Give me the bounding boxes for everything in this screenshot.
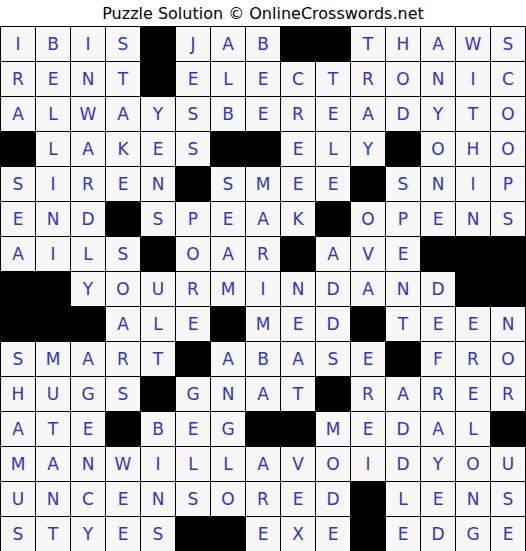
letter-cell: C <box>281 62 316 97</box>
letter-cell: E <box>456 307 491 342</box>
letter-cell: D <box>421 272 456 307</box>
block-cell <box>421 237 456 272</box>
letter-cell: E <box>351 412 386 447</box>
letter-cell: C <box>71 482 106 517</box>
letter-cell: D <box>316 272 351 307</box>
block-cell <box>36 272 71 307</box>
letter-cell: N <box>386 272 421 307</box>
letter-cell: M <box>316 412 351 447</box>
letter-cell: U <box>1 482 36 517</box>
letter-cell: L <box>456 412 491 447</box>
letter-cell: N <box>141 482 176 517</box>
letter-cell: A <box>351 97 386 132</box>
letter-cell: O <box>491 132 526 167</box>
letter-cell: A <box>211 27 246 62</box>
letter-cell: T <box>351 27 386 62</box>
letter-cell: L <box>36 132 71 167</box>
block-cell <box>351 307 386 342</box>
letter-cell: E <box>176 412 211 447</box>
letter-cell: S <box>1 167 36 202</box>
letter-cell: A <box>421 412 456 447</box>
letter-cell: C <box>491 62 526 97</box>
letter-cell: K <box>281 202 316 237</box>
block-cell <box>71 307 106 342</box>
letter-cell: T <box>386 307 421 342</box>
letter-cell: E <box>36 62 71 97</box>
letter-cell: I <box>141 447 176 482</box>
letter-cell: W <box>456 27 491 62</box>
block-cell <box>491 237 526 272</box>
letter-cell: E <box>246 62 281 97</box>
letter-cell: A <box>351 272 386 307</box>
letter-cell: P <box>491 167 526 202</box>
letter-cell: J <box>176 27 211 62</box>
letter-cell: R <box>71 167 106 202</box>
letter-cell: G <box>71 377 106 412</box>
letter-cell: E <box>281 307 316 342</box>
letter-cell: Y <box>71 517 106 551</box>
letter-cell: S <box>141 202 176 237</box>
letter-cell: E <box>421 307 456 342</box>
block-cell <box>351 517 386 551</box>
letter-cell: T <box>141 342 176 377</box>
letter-cell: A <box>1 97 36 132</box>
block-cell <box>1 132 36 167</box>
letter-cell: D <box>71 202 106 237</box>
letter-cell: Y <box>71 272 106 307</box>
letter-cell: G <box>456 517 491 551</box>
letter-cell: O <box>351 202 386 237</box>
block-cell <box>141 27 176 62</box>
letter-cell: R <box>456 342 491 377</box>
letter-cell: I <box>351 447 386 482</box>
letter-cell: T <box>281 377 316 412</box>
letter-cell: O <box>316 447 351 482</box>
letter-cell: E <box>386 517 421 551</box>
letter-cell: T <box>36 412 71 447</box>
letter-cell: E <box>211 202 246 237</box>
letter-cell: O <box>106 272 141 307</box>
letter-cell: E <box>316 97 351 132</box>
letter-cell: N <box>281 272 316 307</box>
page-title: Puzzle Solution © OnlineCrosswords.net <box>102 4 424 23</box>
block-cell <box>316 27 351 62</box>
letter-cell: O <box>386 62 421 97</box>
letter-cell: S <box>316 342 351 377</box>
block-cell <box>246 412 281 447</box>
letter-cell: T <box>456 97 491 132</box>
letter-cell: H <box>456 132 491 167</box>
block-cell <box>211 307 246 342</box>
letter-cell: I <box>456 167 491 202</box>
block-cell <box>281 237 316 272</box>
letter-cell: E <box>246 97 281 132</box>
letter-cell: D <box>386 97 421 132</box>
letter-cell: E <box>106 167 141 202</box>
letter-cell: V <box>281 447 316 482</box>
letter-cell: L <box>211 447 246 482</box>
letter-cell: M <box>1 447 36 482</box>
letter-cell: E <box>491 517 526 551</box>
letter-cell: L <box>211 62 246 97</box>
letter-cell: Y <box>421 447 456 482</box>
block-cell <box>316 377 351 412</box>
letter-cell: N <box>71 62 106 97</box>
letter-cell: U <box>141 272 176 307</box>
letter-cell: E <box>281 482 316 517</box>
letter-cell: S <box>211 167 246 202</box>
block-cell <box>106 412 141 447</box>
letter-cell: S <box>176 97 211 132</box>
letter-cell: D <box>316 482 351 517</box>
block-cell <box>246 132 281 167</box>
letter-cell: N <box>421 167 456 202</box>
letter-cell: I <box>36 237 71 272</box>
letter-cell: A <box>71 132 106 167</box>
letter-cell: R <box>246 482 281 517</box>
block-cell <box>491 272 526 307</box>
letter-cell: N <box>491 307 526 342</box>
letter-cell: A <box>106 97 141 132</box>
letter-cell: E <box>421 482 456 517</box>
block-cell <box>141 377 176 412</box>
letter-cell: E <box>281 167 316 202</box>
block-cell <box>141 237 176 272</box>
letter-cell: S <box>106 27 141 62</box>
block-cell <box>386 132 421 167</box>
letter-cell: R <box>491 377 526 412</box>
letter-cell: A <box>106 307 141 342</box>
letter-cell: Y <box>421 97 456 132</box>
letter-cell: D <box>386 447 421 482</box>
letter-cell: E <box>106 482 141 517</box>
letter-cell: E <box>1 202 36 237</box>
letter-cell: E <box>281 132 316 167</box>
block-cell <box>141 62 176 97</box>
letter-cell: S <box>141 517 176 551</box>
letter-cell: E <box>386 237 421 272</box>
letter-cell: H <box>1 377 36 412</box>
letter-cell: R <box>421 377 456 412</box>
title-bar: Puzzle Solution © OnlineCrosswords.net <box>0 0 526 26</box>
block-cell <box>106 202 141 237</box>
letter-cell: R <box>351 377 386 412</box>
letter-cell: O <box>456 447 491 482</box>
block-cell <box>351 482 386 517</box>
letter-cell: S <box>491 202 526 237</box>
letter-cell: A <box>1 412 36 447</box>
letter-cell: W <box>71 97 106 132</box>
letter-cell: D <box>386 412 421 447</box>
letter-cell: R <box>106 342 141 377</box>
letter-cell: T <box>36 517 71 551</box>
letter-cell: G <box>211 412 246 447</box>
letter-cell: S <box>176 132 211 167</box>
letter-cell: O <box>176 237 211 272</box>
letter-cell: A <box>281 342 316 377</box>
letter-cell: E <box>71 412 106 447</box>
letter-cell: O <box>491 342 526 377</box>
letter-cell: T <box>106 62 141 97</box>
letter-cell: B <box>141 412 176 447</box>
letter-cell: Y <box>351 132 386 167</box>
block-cell <box>351 167 386 202</box>
block-cell <box>211 132 246 167</box>
block-cell <box>316 202 351 237</box>
letter-cell: W <box>106 447 141 482</box>
letter-cell: E <box>176 307 211 342</box>
letter-cell: N <box>211 377 246 412</box>
block-cell <box>176 167 211 202</box>
block-cell <box>176 342 211 377</box>
letter-cell: O <box>211 482 246 517</box>
letter-cell: M <box>246 307 281 342</box>
letter-cell: K <box>106 132 141 167</box>
letter-cell: A <box>386 377 421 412</box>
letter-cell: V <box>351 237 386 272</box>
block-cell <box>36 307 71 342</box>
letter-cell: S <box>176 482 211 517</box>
letter-cell: R <box>176 272 211 307</box>
letter-cell: L <box>71 237 106 272</box>
letter-cell: I <box>1 27 36 62</box>
letter-cell: L <box>141 307 176 342</box>
letter-cell: M <box>211 272 246 307</box>
letter-cell: A <box>246 377 281 412</box>
letter-cell: E <box>176 62 211 97</box>
letter-cell: N <box>456 202 491 237</box>
block-cell <box>456 237 491 272</box>
letter-cell: A <box>211 237 246 272</box>
block-cell <box>211 517 246 551</box>
block-cell <box>456 272 491 307</box>
letter-cell: N <box>141 167 176 202</box>
letter-cell: S <box>491 27 526 62</box>
letter-cell: S <box>386 167 421 202</box>
letter-cell: M <box>246 167 281 202</box>
letter-cell: N <box>36 202 71 237</box>
crossword-grid: IBISJABTHAWSRENTELECTRONICALWAYSBEREADYT… <box>0 26 526 551</box>
letter-cell: A <box>71 342 106 377</box>
letter-cell: E <box>316 167 351 202</box>
block-cell <box>386 342 421 377</box>
letter-cell: R <box>281 97 316 132</box>
letter-cell: N <box>36 482 71 517</box>
letter-cell: A <box>211 342 246 377</box>
letter-cell: S <box>491 482 526 517</box>
letter-cell: H <box>386 27 421 62</box>
letter-cell: E <box>316 517 351 551</box>
letter-cell: N <box>71 447 106 482</box>
block-cell <box>491 412 526 447</box>
letter-cell: I <box>71 27 106 62</box>
block-cell <box>1 307 36 342</box>
letter-cell: B <box>36 27 71 62</box>
letter-cell: E <box>141 132 176 167</box>
letter-cell: M <box>36 342 71 377</box>
letter-cell: N <box>421 62 456 97</box>
letter-cell: P <box>176 202 211 237</box>
letter-cell: A <box>36 447 71 482</box>
letter-cell: S <box>1 342 36 377</box>
block-cell <box>176 517 211 551</box>
block-cell <box>281 27 316 62</box>
letter-cell: E <box>246 517 281 551</box>
letter-cell: E <box>351 342 386 377</box>
letter-cell: S <box>106 237 141 272</box>
letter-cell: X <box>281 517 316 551</box>
letter-cell: E <box>106 517 141 551</box>
letter-cell: I <box>456 62 491 97</box>
letter-cell: U <box>491 447 526 482</box>
letter-cell: F <box>421 342 456 377</box>
letter-cell: D <box>421 517 456 551</box>
letter-cell: A <box>1 237 36 272</box>
puzzle-solution-page: Puzzle Solution © OnlineCrosswords.net I… <box>0 0 526 551</box>
letter-cell: S <box>106 377 141 412</box>
letter-cell: L <box>386 482 421 517</box>
letter-cell: L <box>316 132 351 167</box>
letter-cell: A <box>316 237 351 272</box>
letter-cell: B <box>246 342 281 377</box>
letter-cell: I <box>246 272 281 307</box>
letter-cell: U <box>36 377 71 412</box>
letter-cell: G <box>176 377 211 412</box>
letter-cell: N <box>456 482 491 517</box>
letter-cell: O <box>491 97 526 132</box>
letter-cell: E <box>421 202 456 237</box>
letter-cell: L <box>36 97 71 132</box>
letter-cell: D <box>316 307 351 342</box>
letter-cell: E <box>456 377 491 412</box>
letter-cell: Y <box>141 97 176 132</box>
letter-cell: R <box>1 62 36 97</box>
letter-cell: A <box>246 202 281 237</box>
letter-cell: I <box>36 167 71 202</box>
letter-cell: P <box>386 202 421 237</box>
block-cell <box>1 272 36 307</box>
letter-cell: T <box>316 62 351 97</box>
letter-cell: S <box>1 517 36 551</box>
letter-cell: B <box>246 27 281 62</box>
letter-cell: A <box>246 447 281 482</box>
letter-cell: A <box>421 27 456 62</box>
letter-cell: R <box>351 62 386 97</box>
letter-cell: O <box>421 132 456 167</box>
letter-cell: L <box>176 447 211 482</box>
letter-cell: B <box>211 97 246 132</box>
letter-cell: R <box>246 237 281 272</box>
block-cell <box>281 412 316 447</box>
